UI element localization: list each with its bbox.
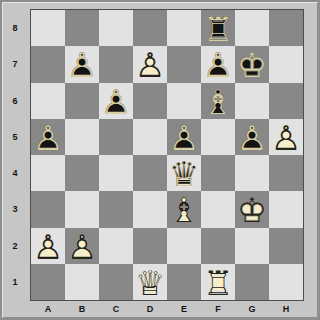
black-queen-icon: ♛ — [167, 156, 201, 192]
white-rook-icon: ♜ — [201, 265, 235, 301]
black-pawn-f7[interactable]: ♟♙ — [201, 46, 235, 82]
square-d2[interactable] — [133, 228, 167, 264]
file-label-h: H — [269, 304, 303, 314]
square-b5[interactable] — [65, 119, 99, 155]
square-d6[interactable] — [133, 83, 167, 119]
white-king-outline-icon: ♔ — [235, 192, 269, 228]
square-c5[interactable] — [99, 119, 133, 155]
black-pawn-icon: ♟ — [201, 47, 235, 83]
square-d4[interactable] — [133, 155, 167, 191]
square-d8[interactable] — [133, 10, 167, 46]
black-king-icon: ♚ — [235, 47, 269, 83]
square-a6[interactable] — [31, 83, 65, 119]
rank-label-6: 6 — [2, 83, 28, 119]
square-a5[interactable]: ♟♙ — [31, 119, 65, 155]
white-rook-outline-icon: ♖ — [201, 265, 235, 301]
black-king-g7[interactable]: ♚♔ — [235, 46, 269, 82]
square-c4[interactable] — [99, 155, 133, 191]
chess-board: ♜♖♟♙♟♙♟♙♚♔♟♙♝♗♟♙♟♙♟♙♟♙♛♕♝♗♚♔♟♙♟♙♛♕♜♖ — [30, 9, 304, 301]
square-e8[interactable] — [167, 10, 201, 46]
white-pawn-a2[interactable]: ♟♙ — [31, 228, 65, 264]
square-g7[interactable]: ♚♔ — [235, 46, 269, 82]
square-b2[interactable]: ♟♙ — [65, 228, 99, 264]
black-pawn-icon: ♟ — [167, 120, 201, 156]
white-queen-d1[interactable]: ♛♕ — [133, 264, 167, 300]
square-h1[interactable] — [269, 264, 303, 300]
white-king-icon: ♚ — [235, 192, 269, 228]
black-pawn-a5[interactable]: ♟♙ — [31, 119, 65, 155]
square-a3[interactable] — [31, 191, 65, 227]
white-pawn-icon: ♟ — [65, 229, 99, 265]
square-f1[interactable]: ♜♖ — [201, 264, 235, 300]
square-f5[interactable] — [201, 119, 235, 155]
chess-diagram-frame: 87654321 ♜♖♟♙♟♙♟♙♚♔♟♙♝♗♟♙♟♙♟♙♟♙♛♕♝♗♚♔♟♙♟… — [0, 0, 320, 320]
white-rook-f1[interactable]: ♜♖ — [201, 264, 235, 300]
white-pawn-outline-icon: ♙ — [269, 120, 303, 156]
black-king-outline-icon: ♔ — [235, 47, 269, 83]
square-e2[interactable] — [167, 228, 201, 264]
white-queen-outline-icon: ♕ — [133, 265, 167, 301]
file-label-f: F — [201, 304, 235, 314]
square-b4[interactable] — [65, 155, 99, 191]
square-h4[interactable] — [269, 155, 303, 191]
black-pawn-e5[interactable]: ♟♙ — [167, 119, 201, 155]
square-c3[interactable] — [99, 191, 133, 227]
rank-label-7: 7 — [2, 46, 28, 82]
black-pawn-outline-icon: ♙ — [167, 120, 201, 156]
white-pawn-outline-icon: ♙ — [65, 229, 99, 265]
file-labels: ABCDEFGH — [31, 302, 303, 316]
square-e7[interactable] — [167, 46, 201, 82]
black-rook-icon: ♜ — [201, 11, 235, 47]
square-d5[interactable] — [133, 119, 167, 155]
square-f6[interactable]: ♝♗ — [201, 83, 235, 119]
rank-label-5: 5 — [2, 119, 28, 155]
black-pawn-b7[interactable]: ♟♙ — [65, 46, 99, 82]
white-pawn-b2[interactable]: ♟♙ — [65, 228, 99, 264]
black-bishop-icon: ♝ — [201, 84, 235, 120]
black-pawn-outline-icon: ♙ — [65, 47, 99, 83]
square-a1[interactable] — [31, 264, 65, 300]
white-king-g3[interactable]: ♚♔ — [235, 191, 269, 227]
square-c8[interactable] — [99, 10, 133, 46]
square-b3[interactable] — [65, 191, 99, 227]
white-bishop-e3[interactable]: ♝♗ — [167, 191, 201, 227]
black-pawn-c6[interactable]: ♟♙ — [99, 83, 133, 119]
file-label-b: B — [65, 304, 99, 314]
square-h7[interactable] — [269, 46, 303, 82]
square-e4[interactable]: ♛♕ — [167, 155, 201, 191]
square-e6[interactable] — [167, 83, 201, 119]
square-d1[interactable]: ♛♕ — [133, 264, 167, 300]
square-b8[interactable] — [65, 10, 99, 46]
square-e1[interactable] — [167, 264, 201, 300]
black-pawn-outline-icon: ♙ — [201, 47, 235, 83]
square-g8[interactable] — [235, 10, 269, 46]
square-g4[interactable] — [235, 155, 269, 191]
rank-label-1: 1 — [2, 264, 28, 300]
square-h2[interactable] — [269, 228, 303, 264]
square-g3[interactable]: ♚♔ — [235, 191, 269, 227]
white-pawn-icon: ♟ — [133, 47, 167, 83]
square-g5[interactable]: ♟♙ — [235, 119, 269, 155]
file-label-g: G — [235, 304, 269, 314]
black-rook-f8[interactable]: ♜♖ — [201, 10, 235, 46]
square-e5[interactable]: ♟♙ — [167, 119, 201, 155]
square-b6[interactable] — [65, 83, 99, 119]
file-label-c: C — [99, 304, 133, 314]
square-c6[interactable]: ♟♙ — [99, 83, 133, 119]
square-d3[interactable] — [133, 191, 167, 227]
square-g1[interactable] — [235, 264, 269, 300]
square-h8[interactable] — [269, 10, 303, 46]
square-e3[interactable]: ♝♗ — [167, 191, 201, 227]
white-pawn-icon: ♟ — [31, 229, 65, 265]
file-label-e: E — [167, 304, 201, 314]
white-pawn-h5[interactable]: ♟♙ — [269, 119, 303, 155]
square-h5[interactable]: ♟♙ — [269, 119, 303, 155]
square-b7[interactable]: ♟♙ — [65, 46, 99, 82]
black-pawn-icon: ♟ — [31, 120, 65, 156]
black-pawn-outline-icon: ♙ — [31, 120, 65, 156]
white-pawn-outline-icon: ♙ — [133, 47, 167, 83]
square-f3[interactable] — [201, 191, 235, 227]
rank-label-8: 8 — [2, 10, 28, 46]
black-rook-outline-icon: ♖ — [201, 11, 235, 47]
black-queen-outline-icon: ♕ — [167, 156, 201, 192]
square-f7[interactable]: ♟♙ — [201, 46, 235, 82]
white-bishop-outline-icon: ♗ — [167, 192, 201, 228]
black-pawn-outline-icon: ♙ — [99, 84, 133, 120]
white-pawn-d7[interactable]: ♟♙ — [133, 46, 167, 82]
square-a8[interactable] — [31, 10, 65, 46]
square-c1[interactable] — [99, 264, 133, 300]
white-pawn-icon: ♟ — [269, 120, 303, 156]
black-pawn-outline-icon: ♙ — [235, 120, 269, 156]
black-pawn-g5[interactable]: ♟♙ — [235, 119, 269, 155]
rank-labels: 87654321 — [2, 10, 28, 300]
black-pawn-icon: ♟ — [99, 84, 133, 120]
file-label-a: A — [31, 304, 65, 314]
black-bishop-f6[interactable]: ♝♗ — [201, 83, 235, 119]
file-label-d: D — [133, 304, 167, 314]
black-queen-e4[interactable]: ♛♕ — [167, 155, 201, 191]
black-pawn-icon: ♟ — [65, 47, 99, 83]
square-a7[interactable] — [31, 46, 65, 82]
square-f2[interactable] — [201, 228, 235, 264]
square-a4[interactable] — [31, 155, 65, 191]
square-b1[interactable] — [65, 264, 99, 300]
square-d7[interactable]: ♟♙ — [133, 46, 167, 82]
white-bishop-icon: ♝ — [167, 192, 201, 228]
rank-label-2: 2 — [2, 228, 28, 264]
square-h6[interactable] — [269, 83, 303, 119]
square-f4[interactable] — [201, 155, 235, 191]
black-bishop-outline-icon: ♗ — [201, 84, 235, 120]
rank-label-4: 4 — [2, 155, 28, 191]
white-queen-icon: ♛ — [133, 265, 167, 301]
square-a2[interactable]: ♟♙ — [31, 228, 65, 264]
square-f8[interactable]: ♜♖ — [201, 10, 235, 46]
square-c7[interactable] — [99, 46, 133, 82]
square-h3[interactable] — [269, 191, 303, 227]
square-g6[interactable] — [235, 83, 269, 119]
square-c2[interactable] — [99, 228, 133, 264]
square-g2[interactable] — [235, 228, 269, 264]
black-pawn-icon: ♟ — [235, 120, 269, 156]
rank-label-3: 3 — [2, 191, 28, 227]
white-pawn-outline-icon: ♙ — [31, 229, 65, 265]
